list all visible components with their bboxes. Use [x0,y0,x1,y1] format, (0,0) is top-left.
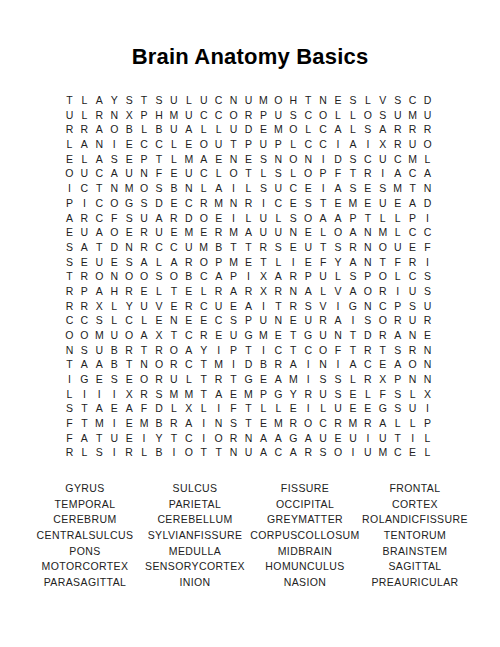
grid-cell-r18c23[interactable]: S [390,343,405,358]
grid-cell-r22c1[interactable]: S [62,401,77,416]
grid-cell-r13c25[interactable]: S [420,269,435,284]
grid-cell-r1c15[interactable]: O [271,93,286,108]
grid-cell-r21c15[interactable]: G [271,387,286,402]
grid-cell-r2c18[interactable]: O [316,108,331,123]
grid-cell-r8c15[interactable]: C [271,196,286,211]
grid-cell-r8c7[interactable]: D [152,196,167,211]
grid-cell-r19c15[interactable]: R [271,357,286,372]
grid-cell-r17c7[interactable]: X [152,328,167,343]
grid-cell-r16c12[interactable]: S [226,313,241,328]
grid-cell-r7c9[interactable]: N [181,181,196,196]
grid-cell-r25c23[interactable]: C [390,445,405,460]
grid-cell-r22c24[interactable]: U [405,401,420,416]
grid-cell-r2c6[interactable]: P [137,108,152,123]
grid-cell-r24c19[interactable]: E [331,431,346,446]
grid-cell-r18c11[interactable]: I [211,343,226,358]
grid-cell-r14c21[interactable]: O [360,284,375,299]
grid-cell-r6c6[interactable]: N [137,166,152,181]
grid-cell-r16c2[interactable]: C [77,313,92,328]
grid-cell-r23c24[interactable]: L [405,416,420,431]
grid-cell-r16c1[interactable]: C [62,313,77,328]
grid-cell-r14c2[interactable]: P [77,284,92,299]
grid-cell-r3c9[interactable]: A [181,122,196,137]
grid-cell-r16c25[interactable]: R [420,313,435,328]
grid-cell-r6c10[interactable]: C [196,166,211,181]
grid-cell-r24c17[interactable]: A [301,431,316,446]
grid-cell-r3c24[interactable]: R [405,122,420,137]
grid-cell-r5c1[interactable]: E [62,152,77,167]
grid-cell-r14c8[interactable]: T [166,284,181,299]
grid-cell-r18c16[interactable]: T [286,343,301,358]
grid-cell-r23c19[interactable]: R [331,416,346,431]
grid-cell-r11c21[interactable]: N [360,240,375,255]
grid-cell-r10c14[interactable]: U [256,225,271,240]
grid-cell-r4c4[interactable]: I [107,137,122,152]
grid-cell-r9c6[interactable]: U [137,210,152,225]
grid-cell-r9c17[interactable]: O [301,210,316,225]
grid-cell-r22c7[interactable]: D [152,401,167,416]
grid-cell-r21c5[interactable]: X [122,387,137,402]
grid-cell-r25c24[interactable]: E [405,445,420,460]
grid-cell-r23c8[interactable]: R [166,416,181,431]
grid-cell-r13c18[interactable]: U [316,269,331,284]
grid-cell-r9c13[interactable]: L [241,210,256,225]
grid-cell-r4c25[interactable]: O [420,137,435,152]
grid-cell-r16c7[interactable]: E [152,313,167,328]
grid-cell-r17c10[interactable]: R [196,328,211,343]
grid-cell-r8c2[interactable]: I [77,196,92,211]
grid-cell-r25c2[interactable]: L [77,445,92,460]
grid-cell-r9c1[interactable]: A [62,210,77,225]
grid-cell-r9c23[interactable]: L [390,210,405,225]
grid-cell-r16c23[interactable]: R [390,313,405,328]
grid-cell-r1c20[interactable]: S [345,93,360,108]
grid-cell-r20c20[interactable]: L [345,372,360,387]
grid-cell-r20c9[interactable]: L [181,372,196,387]
grid-cell-r19c20[interactable]: A [345,357,360,372]
grid-cell-r21c11[interactable]: A [211,387,226,402]
grid-cell-r19c17[interactable]: I [301,357,316,372]
grid-cell-r10c9[interactable]: M [181,225,196,240]
grid-cell-r7c11[interactable]: A [211,181,226,196]
grid-cell-r9c5[interactable]: S [122,210,137,225]
grid-cell-r9c8[interactable]: R [166,210,181,225]
grid-cell-r15c12[interactable]: E [226,299,241,314]
grid-cell-r1c14[interactable]: M [256,93,271,108]
grid-cell-r15c7[interactable]: V [152,299,167,314]
grid-cell-r12c6[interactable]: A [137,254,152,269]
grid-cell-r16c4[interactable]: L [107,313,122,328]
grid-cell-r8c24[interactable]: A [405,196,420,211]
grid-cell-r4c14[interactable]: U [256,137,271,152]
grid-cell-r5c13[interactable]: E [241,152,256,167]
grid-cell-r11c25[interactable]: F [420,240,435,255]
grid-cell-r25c14[interactable]: A [256,445,271,460]
grid-cell-r14c5[interactable]: R [122,284,137,299]
grid-cell-r5c24[interactable]: M [405,152,420,167]
grid-cell-r23c1[interactable]: F [62,416,77,431]
grid-cell-r23c23[interactable]: L [390,416,405,431]
grid-cell-r5c16[interactable]: O [286,152,301,167]
grid-cell-r13c9[interactable]: B [181,269,196,284]
grid-cell-r6c8[interactable]: E [166,166,181,181]
grid-cell-r18c19[interactable]: F [331,343,346,358]
grid-cell-r23c5[interactable]: E [122,416,137,431]
grid-cell-r22c18[interactable]: L [316,401,331,416]
grid-cell-r8c23[interactable]: E [390,196,405,211]
grid-cell-r14c15[interactable]: R [271,284,286,299]
grid-cell-r19c6[interactable]: N [137,357,152,372]
grid-cell-r19c22[interactable]: E [375,357,390,372]
grid-cell-r6c16[interactable]: L [286,166,301,181]
grid-cell-r18c15[interactable]: C [271,343,286,358]
grid-cell-r1c18[interactable]: N [316,93,331,108]
grid-cell-r3c17[interactable]: L [301,122,316,137]
grid-cell-r25c11[interactable]: T [211,445,226,460]
grid-cell-r12c20[interactable]: A [345,254,360,269]
grid-cell-r7c1[interactable]: I [62,181,77,196]
grid-cell-r18c2[interactable]: S [77,343,92,358]
grid-cell-r1c23[interactable]: S [390,93,405,108]
grid-cell-r21c16[interactable]: Y [286,387,301,402]
grid-cell-r10c20[interactable]: A [345,225,360,240]
grid-cell-r12c1[interactable]: S [62,254,77,269]
grid-cell-r12c16[interactable]: I [286,254,301,269]
grid-cell-r20c3[interactable]: E [92,372,107,387]
grid-cell-r14c10[interactable]: L [196,284,211,299]
grid-cell-r7c7[interactable]: S [152,181,167,196]
grid-cell-r4c24[interactable]: U [405,137,420,152]
grid-cell-r9c4[interactable]: F [107,210,122,225]
grid-cell-r17c11[interactable]: E [211,328,226,343]
grid-cell-r8c14[interactable]: I [256,196,271,211]
grid-cell-r25c9[interactable]: O [181,445,196,460]
grid-cell-r24c21[interactable]: I [360,431,375,446]
grid-cell-r19c3[interactable]: A [92,357,107,372]
grid-cell-r18c21[interactable]: R [360,343,375,358]
grid-cell-r21c8[interactable]: M [166,387,181,402]
grid-cell-r13c7[interactable]: S [152,269,167,284]
grid-cell-r13c2[interactable]: R [77,269,92,284]
grid-cell-r17c5[interactable]: O [122,328,137,343]
grid-cell-r1c6[interactable]: T [137,93,152,108]
grid-cell-r18c9[interactable]: A [181,343,196,358]
grid-cell-r7c3[interactable]: T [92,181,107,196]
grid-cell-r19c14[interactable]: B [256,357,271,372]
grid-cell-r1c8[interactable]: U [166,93,181,108]
grid-cell-r17c18[interactable]: U [316,328,331,343]
grid-cell-r3c18[interactable]: C [316,122,331,137]
grid-cell-r15c14[interactable]: I [256,299,271,314]
grid-cell-r6c19[interactable]: F [331,166,346,181]
grid-cell-r15c20[interactable]: G [345,299,360,314]
grid-cell-r2c5[interactable]: X [122,108,137,123]
grid-cell-r22c23[interactable]: S [390,401,405,416]
grid-cell-r1c11[interactable]: C [211,93,226,108]
grid-cell-r15c19[interactable]: I [331,299,346,314]
grid-cell-r10c3[interactable]: A [92,225,107,240]
grid-cell-r20c7[interactable]: R [152,372,167,387]
grid-cell-r2c25[interactable]: U [420,108,435,123]
grid-cell-r24c15[interactable]: A [271,431,286,446]
grid-cell-r21c13[interactable]: M [241,387,256,402]
grid-cell-r23c7[interactable]: B [152,416,167,431]
grid-cell-r16c8[interactable]: N [166,313,181,328]
grid-cell-r11c22[interactable]: O [375,240,390,255]
grid-cell-r22c13[interactable]: T [241,401,256,416]
grid-cell-r2c7[interactable]: H [152,108,167,123]
grid-cell-r1c5[interactable]: S [122,93,137,108]
grid-cell-r2c20[interactable]: L [345,108,360,123]
grid-cell-r12c22[interactable]: T [375,254,390,269]
grid-cell-r19c9[interactable]: C [181,357,196,372]
grid-cell-r4c5[interactable]: E [122,137,137,152]
grid-cell-r12c17[interactable]: E [301,254,316,269]
grid-cell-r17c20[interactable]: T [345,328,360,343]
grid-cell-r16c6[interactable]: L [137,313,152,328]
grid-cell-r1c2[interactable]: L [77,93,92,108]
grid-cell-r9c7[interactable]: A [152,210,167,225]
grid-cell-r21c22[interactable]: F [375,387,390,402]
grid-cell-r14c1[interactable]: R [62,284,77,299]
grid-cell-r24c20[interactable]: U [345,431,360,446]
grid-cell-r3c13[interactable]: D [241,122,256,137]
grid-cell-r15c3[interactable]: X [92,299,107,314]
grid-cell-r20c14[interactable]: E [256,372,271,387]
grid-cell-r8c1[interactable]: P [62,196,77,211]
grid-cell-r15c15[interactable]: T [271,299,286,314]
grid-cell-r10c2[interactable]: U [77,225,92,240]
grid-cell-r7c17[interactable]: E [301,181,316,196]
grid-cell-r20c2[interactable]: G [77,372,92,387]
grid-cell-r16c15[interactable]: N [271,313,286,328]
grid-cell-r25c1[interactable]: R [62,445,77,460]
grid-cell-r24c13[interactable]: N [241,431,256,446]
grid-cell-r24c1[interactable]: F [62,431,77,446]
grid-cell-r18c3[interactable]: U [92,343,107,358]
grid-cell-r5c6[interactable]: P [137,152,152,167]
grid-cell-r14c23[interactable]: I [390,284,405,299]
grid-cell-r20c11[interactable]: R [211,372,226,387]
grid-cell-r8c10[interactable]: R [196,196,211,211]
grid-cell-r17c21[interactable]: D [360,328,375,343]
grid-cell-r25c3[interactable]: S [92,445,107,460]
grid-cell-r10c22[interactable]: M [375,225,390,240]
grid-cell-r15c22[interactable]: C [375,299,390,314]
grid-cell-r23c13[interactable]: T [241,416,256,431]
grid-cell-r3c23[interactable]: R [390,122,405,137]
grid-cell-r22c14[interactable]: L [256,401,271,416]
grid-cell-r20c13[interactable]: G [241,372,256,387]
grid-cell-r11c14[interactable]: R [256,240,271,255]
grid-cell-r5c25[interactable]: L [420,152,435,167]
grid-cell-r13c16[interactable]: R [286,269,301,284]
grid-cell-r15c6[interactable]: U [137,299,152,314]
grid-cell-r25c20[interactable]: I [345,445,360,460]
grid-cell-r23c21[interactable]: R [360,416,375,431]
grid-cell-r3c1[interactable]: R [62,122,77,137]
grid-cell-r14c11[interactable]: R [211,284,226,299]
grid-cell-r11c11[interactable]: B [211,240,226,255]
grid-cell-r16c10[interactable]: E [196,313,211,328]
grid-cell-r6c20[interactable]: T [345,166,360,181]
grid-cell-r4c13[interactable]: P [241,137,256,152]
grid-cell-r11c1[interactable]: S [62,240,77,255]
grid-cell-r14c20[interactable]: A [345,284,360,299]
grid-cell-r16c3[interactable]: S [92,313,107,328]
grid-cell-r9c3[interactable]: C [92,210,107,225]
grid-cell-r14c12[interactable]: A [226,284,241,299]
grid-cell-r25c17[interactable]: R [301,445,316,460]
grid-cell-r22c6[interactable]: F [137,401,152,416]
grid-cell-r20c18[interactable]: S [316,372,331,387]
grid-cell-r1c17[interactable]: T [301,93,316,108]
grid-cell-r12c11[interactable]: P [211,254,226,269]
grid-cell-r20c25[interactable]: N [420,372,435,387]
grid-cell-r15c2[interactable]: R [77,299,92,314]
grid-cell-r22c8[interactable]: L [166,401,181,416]
grid-cell-r20c22[interactable]: X [375,372,390,387]
grid-cell-r6c25[interactable]: A [420,166,435,181]
grid-cell-r11c16[interactable]: E [286,240,301,255]
grid-cell-r7c5[interactable]: M [122,181,137,196]
grid-cell-r18c12[interactable]: P [226,343,241,358]
grid-cell-r4c19[interactable]: I [331,137,346,152]
grid-cell-r25c25[interactable]: L [420,445,435,460]
grid-cell-r13c8[interactable]: O [166,269,181,284]
grid-cell-r25c19[interactable]: O [331,445,346,460]
grid-cell-r5c10[interactable]: A [196,152,211,167]
grid-cell-r22c12[interactable]: F [226,401,241,416]
grid-cell-r7c18[interactable]: I [316,181,331,196]
grid-cell-r13c12[interactable]: P [226,269,241,284]
grid-cell-r16c20[interactable]: I [345,313,360,328]
grid-cell-r18c8[interactable]: O [166,343,181,358]
grid-cell-r11c18[interactable]: T [316,240,331,255]
grid-cell-r23c9[interactable]: A [181,416,196,431]
grid-cell-r17c24[interactable]: N [405,328,420,343]
grid-cell-r11c12[interactable]: T [226,240,241,255]
grid-cell-r4c8[interactable]: L [166,137,181,152]
grid-cell-r9c22[interactable]: L [375,210,390,225]
grid-cell-r21c3[interactable]: I [92,387,107,402]
grid-cell-r6c17[interactable]: O [301,166,316,181]
grid-cell-r19c4[interactable]: B [107,357,122,372]
grid-cell-r21c20[interactable]: E [345,387,360,402]
grid-cell-r5c14[interactable]: S [256,152,271,167]
grid-cell-r7c14[interactable]: S [256,181,271,196]
grid-cell-r24c18[interactable]: U [316,431,331,446]
grid-cell-r24c8[interactable]: T [166,431,181,446]
grid-cell-r21c21[interactable]: L [360,387,375,402]
grid-cell-r7c4[interactable]: N [107,181,122,196]
grid-cell-r9c21[interactable]: T [360,210,375,225]
grid-cell-r2c10[interactable]: C [196,108,211,123]
grid-cell-r3c15[interactable]: M [271,122,286,137]
grid-cell-r19c5[interactable]: T [122,357,137,372]
grid-cell-r1c16[interactable]: H [286,93,301,108]
grid-cell-r4c11[interactable]: U [211,137,226,152]
grid-cell-r5c21[interactable]: C [360,152,375,167]
grid-cell-r2c12[interactable]: O [226,108,241,123]
grid-cell-r8c5[interactable]: G [122,196,137,211]
grid-cell-r8c19[interactable]: E [331,196,346,211]
grid-cell-r7c13[interactable]: L [241,181,256,196]
grid-cell-r11c20[interactable]: R [345,240,360,255]
grid-cell-r3c25[interactable]: R [420,122,435,137]
grid-cell-r20c17[interactable]: I [301,372,316,387]
grid-cell-r25c6[interactable]: L [137,445,152,460]
grid-cell-r21c12[interactable]: E [226,387,241,402]
grid-cell-r23c20[interactable]: M [345,416,360,431]
grid-cell-r19c18[interactable]: N [316,357,331,372]
grid-cell-r2c4[interactable]: N [107,108,122,123]
grid-cell-r15c24[interactable]: S [405,299,420,314]
grid-cell-r24c3[interactable]: T [92,431,107,446]
grid-cell-r4c12[interactable]: T [226,137,241,152]
grid-cell-r5c20[interactable]: S [345,152,360,167]
grid-cell-r13c3[interactable]: O [92,269,107,284]
grid-cell-r4c9[interactable]: E [181,137,196,152]
grid-cell-r19c16[interactable]: A [286,357,301,372]
grid-cell-r4c6[interactable]: C [137,137,152,152]
grid-cell-r4c20[interactable]: A [345,137,360,152]
grid-cell-r13c1[interactable]: T [62,269,77,284]
grid-cell-r10c21[interactable]: N [360,225,375,240]
grid-cell-r23c15[interactable]: M [271,416,286,431]
grid-cell-r20c8[interactable]: U [166,372,181,387]
grid-cell-r21c17[interactable]: R [301,387,316,402]
grid-cell-r8c13[interactable]: R [241,196,256,211]
grid-cell-r17c19[interactable]: N [331,328,346,343]
grid-cell-r3c19[interactable]: A [331,122,346,137]
grid-cell-r9c2[interactable]: R [77,210,92,225]
grid-cell-r6c24[interactable]: C [405,166,420,181]
grid-cell-r17c15[interactable]: E [271,328,286,343]
grid-cell-r5c5[interactable]: E [122,152,137,167]
grid-cell-r19c19[interactable]: I [331,357,346,372]
grid-cell-r7c20[interactable]: S [345,181,360,196]
grid-cell-r2c11[interactable]: C [211,108,226,123]
grid-cell-r12c5[interactable]: S [122,254,137,269]
grid-cell-r12c12[interactable]: M [226,254,241,269]
grid-cell-r5c2[interactable]: L [77,152,92,167]
grid-cell-r13c22[interactable]: O [375,269,390,284]
grid-cell-r15c18[interactable]: V [316,299,331,314]
grid-cell-r9c15[interactable]: L [271,210,286,225]
grid-cell-r11c5[interactable]: N [122,240,137,255]
grid-cell-r24c2[interactable]: A [77,431,92,446]
grid-cell-r20c23[interactable]: P [390,372,405,387]
grid-cell-r2c9[interactable]: U [181,108,196,123]
grid-cell-r2c1[interactable]: U [62,108,77,123]
grid-cell-r18c13[interactable]: T [241,343,256,358]
grid-cell-r25c21[interactable]: U [360,445,375,460]
grid-cell-r12c25[interactable]: I [420,254,435,269]
grid-cell-r25c15[interactable]: C [271,445,286,460]
grid-cell-r20c5[interactable]: E [122,372,137,387]
grid-cell-r2c15[interactable]: U [271,108,286,123]
grid-cell-r21c2[interactable]: I [77,387,92,402]
grid-cell-r1c9[interactable]: L [181,93,196,108]
grid-cell-r23c2[interactable]: T [77,416,92,431]
grid-cell-r23c18[interactable]: C [316,416,331,431]
grid-cell-r20c10[interactable]: T [196,372,211,387]
grid-cell-r5c12[interactable]: N [226,152,241,167]
grid-cell-r11c23[interactable]: U [390,240,405,255]
grid-cell-r12c18[interactable]: F [316,254,331,269]
grid-cell-r23c22[interactable]: A [375,416,390,431]
